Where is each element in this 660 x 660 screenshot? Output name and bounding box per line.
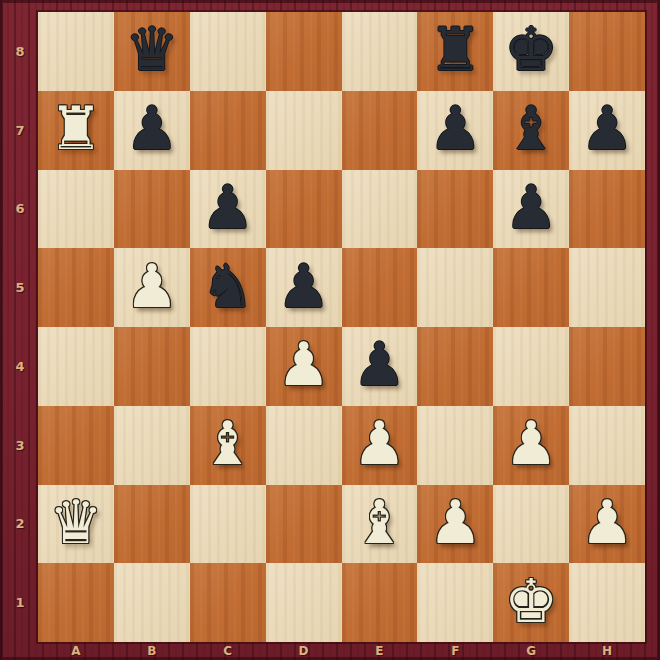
square-a6[interactable] (38, 170, 114, 249)
square-e1[interactable] (342, 563, 418, 642)
piece-white-pawn: ♟ (353, 413, 407, 473)
piece-black-pawn: ♟ (428, 98, 482, 158)
square-d3[interactable] (266, 406, 342, 485)
piece-black-pawn: ♟ (201, 177, 255, 237)
square-b2[interactable] (114, 485, 190, 564)
square-c4[interactable] (190, 327, 266, 406)
square-d8[interactable] (266, 12, 342, 91)
square-f8[interactable]: ♜ (417, 12, 493, 91)
piece-white-pawn: ♟ (580, 492, 634, 552)
square-f4[interactable] (417, 327, 493, 406)
square-c5[interactable]: ♞ (190, 248, 266, 327)
file-label: C (190, 642, 266, 660)
rank-label: 3 (0, 406, 38, 485)
chess-board: ♛♜♚♜♟♟♝♟♟♟♟♞♟♟♟♝♟♟♛♝♟♟♚ (38, 12, 645, 642)
piece-black-pawn: ♟ (504, 177, 558, 237)
square-f7[interactable]: ♟ (417, 91, 493, 170)
square-e6[interactable] (342, 170, 418, 249)
rank-label: 4 (0, 327, 38, 406)
square-e2[interactable]: ♝ (342, 485, 418, 564)
square-f1[interactable] (417, 563, 493, 642)
square-b6[interactable] (114, 170, 190, 249)
piece-black-knight: ♞ (201, 256, 255, 316)
square-h7[interactable]: ♟ (569, 91, 645, 170)
file-label: F (417, 642, 493, 660)
piece-black-pawn: ♟ (277, 256, 331, 316)
rank-label: 1 (0, 563, 38, 642)
piece-white-queen: ♛ (49, 492, 103, 552)
file-label: H (569, 642, 645, 660)
square-a5[interactable] (38, 248, 114, 327)
square-e7[interactable] (342, 91, 418, 170)
rank-label: 7 (0, 91, 38, 170)
square-d1[interactable] (266, 563, 342, 642)
square-e4[interactable]: ♟ (342, 327, 418, 406)
square-c1[interactable] (190, 563, 266, 642)
square-a3[interactable] (38, 406, 114, 485)
square-g1[interactable]: ♚ (493, 563, 569, 642)
file-label: G (493, 642, 569, 660)
piece-black-pawn: ♟ (580, 98, 634, 158)
rank-label: 8 (0, 12, 38, 91)
square-c6[interactable]: ♟ (190, 170, 266, 249)
piece-white-pawn: ♟ (504, 413, 558, 473)
square-f5[interactable] (417, 248, 493, 327)
piece-white-bishop: ♝ (353, 492, 407, 552)
piece-white-rook: ♜ (49, 98, 103, 158)
square-g8[interactable]: ♚ (493, 12, 569, 91)
square-b7[interactable]: ♟ (114, 91, 190, 170)
square-c8[interactable] (190, 12, 266, 91)
square-c3[interactable]: ♝ (190, 406, 266, 485)
square-d5[interactable]: ♟ (266, 248, 342, 327)
square-h3[interactable] (569, 406, 645, 485)
square-b5[interactable]: ♟ (114, 248, 190, 327)
piece-black-bishop: ♝ (504, 98, 558, 158)
piece-black-pawn: ♟ (125, 98, 179, 158)
square-a2[interactable]: ♛ (38, 485, 114, 564)
piece-black-queen: ♛ (125, 19, 179, 79)
file-label: D (266, 642, 342, 660)
square-b4[interactable] (114, 327, 190, 406)
square-d4[interactable]: ♟ (266, 327, 342, 406)
square-d6[interactable] (266, 170, 342, 249)
square-h1[interactable] (569, 563, 645, 642)
square-h6[interactable] (569, 170, 645, 249)
square-a7[interactable]: ♜ (38, 91, 114, 170)
file-label: A (38, 642, 114, 660)
square-b8[interactable]: ♛ (114, 12, 190, 91)
chess-board-frame: 87654321 ♛♜♚♜♟♟♝♟♟♟♟♞♟♟♟♝♟♟♛♝♟♟♚ ABCDEFG… (0, 0, 660, 660)
square-f6[interactable] (417, 170, 493, 249)
square-a8[interactable] (38, 12, 114, 91)
square-g2[interactable] (493, 485, 569, 564)
square-g3[interactable]: ♟ (493, 406, 569, 485)
square-h4[interactable] (569, 327, 645, 406)
rank-labels: 87654321 (0, 12, 38, 642)
piece-white-pawn: ♟ (428, 492, 482, 552)
file-label: E (342, 642, 418, 660)
square-h2[interactable]: ♟ (569, 485, 645, 564)
square-g5[interactable] (493, 248, 569, 327)
square-d2[interactable] (266, 485, 342, 564)
piece-white-pawn: ♟ (277, 334, 331, 394)
square-g6[interactable]: ♟ (493, 170, 569, 249)
square-h5[interactable] (569, 248, 645, 327)
rank-label: 6 (0, 170, 38, 249)
square-g4[interactable] (493, 327, 569, 406)
square-b3[interactable] (114, 406, 190, 485)
piece-white-bishop: ♝ (201, 413, 255, 473)
square-e5[interactable] (342, 248, 418, 327)
piece-black-king: ♚ (504, 19, 558, 79)
file-label: B (114, 642, 190, 660)
square-b1[interactable] (114, 563, 190, 642)
piece-white-pawn: ♟ (125, 256, 179, 316)
square-a1[interactable] (38, 563, 114, 642)
square-c2[interactable] (190, 485, 266, 564)
square-d7[interactable] (266, 91, 342, 170)
square-g7[interactable]: ♝ (493, 91, 569, 170)
piece-white-king: ♚ (504, 571, 558, 631)
square-f2[interactable]: ♟ (417, 485, 493, 564)
rank-label: 5 (0, 248, 38, 327)
piece-black-pawn: ♟ (353, 334, 407, 394)
square-e3[interactable]: ♟ (342, 406, 418, 485)
square-e8[interactable] (342, 12, 418, 91)
square-c7[interactable] (190, 91, 266, 170)
file-labels: ABCDEFGH (38, 642, 645, 660)
piece-black-rook: ♜ (428, 19, 482, 79)
rank-label: 2 (0, 485, 38, 564)
square-h8[interactable] (569, 12, 645, 91)
square-f3[interactable] (417, 406, 493, 485)
square-a4[interactable] (38, 327, 114, 406)
